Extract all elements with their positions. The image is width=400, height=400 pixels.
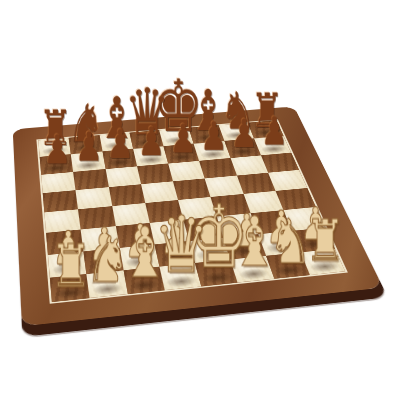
scene: ♜♞♝♛♚♝♞♜♟♟♟♟♟♟♟♟♟♟♟♟♟♟♟♟♜♞♝♛♚♝♞♜ [0,0,400,400]
piece-black-pawn[interactable]: ♟ [75,127,103,167]
square-g7[interactable]: ♟ [224,139,261,158]
piece-white-rook[interactable]: ♜ [50,237,91,296]
piece-black-pawn[interactable]: ♟ [138,122,166,162]
square-b5[interactable] [76,187,112,209]
piece-black-pawn[interactable]: ♟ [106,124,134,164]
piece-black-pawn[interactable]: ♟ [169,119,197,159]
square-e6[interactable] [168,161,205,182]
piece-white-knight[interactable]: ♞ [86,229,130,292]
piece-white-rook[interactable]: ♜ [306,212,346,269]
square-b1[interactable]: ♞ [87,270,128,298]
piece-black-pawn[interactable]: ♟ [230,114,257,153]
piece-black-pawn[interactable]: ♟ [261,112,288,151]
piece-black-pawn[interactable]: ♟ [43,130,71,170]
playfield: ♜♞♝♛♚♝♞♜♟♟♟♟♟♟♟♟♟♟♟♟♟♟♟♟♜♞♝♛♚♝♞♜ [36,119,347,303]
piece-black-pawn[interactable]: ♟ [200,117,228,156]
chess-board: ♜♞♝♛♚♝♞♜♟♟♟♟♟♟♟♟♟♟♟♟♟♟♟♟♜♞♝♛♚♝♞♜ [13,106,383,326]
square-c6[interactable] [105,166,141,187]
square-a5[interactable] [43,190,78,212]
square-a1[interactable]: ♜ [50,274,90,302]
